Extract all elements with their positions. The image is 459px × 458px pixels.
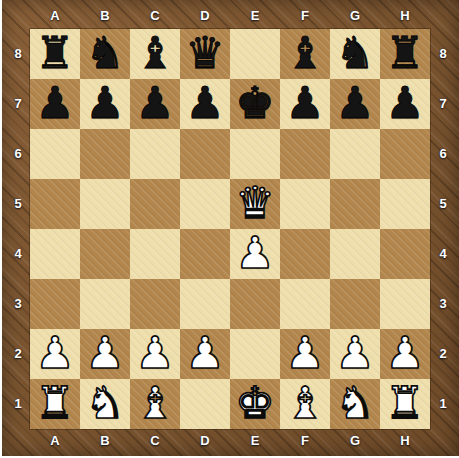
piece-black-knight[interactable]: ♞ [335,31,374,78]
piece-white-pawn[interactable]: ♟ [385,331,424,378]
piece-black-pawn[interactable]: ♟ [185,81,224,128]
square-f8[interactable]: ♝ [280,29,330,79]
square-d4[interactable] [180,229,230,279]
rank-label-2: 2 [7,329,29,379]
square-f6[interactable] [280,129,330,179]
piece-white-rook[interactable]: ♜ [35,381,74,428]
piece-black-knight[interactable]: ♞ [85,31,124,78]
square-c6[interactable] [130,129,180,179]
file-label-a: A [30,430,80,452]
file-label-e: E [230,430,280,452]
square-a1[interactable]: ♜ [30,379,80,429]
square-c1[interactable]: ♝ [130,379,180,429]
square-d2[interactable]: ♟ [180,329,230,379]
file-label-e: E [230,5,280,27]
square-f4[interactable] [280,229,330,279]
square-b2[interactable]: ♟ [80,329,130,379]
file-label-g: G [330,430,380,452]
piece-white-pawn[interactable]: ♟ [335,331,374,378]
rank-label-3: 3 [7,279,29,329]
square-c5[interactable] [130,179,180,229]
square-g6[interactable] [330,129,380,179]
piece-white-bishop[interactable]: ♝ [135,381,174,428]
piece-black-bishop[interactable]: ♝ [135,31,174,78]
square-h4[interactable] [380,229,430,279]
piece-black-pawn[interactable]: ♟ [35,81,74,128]
square-b4[interactable] [80,229,130,279]
rank-label-6: 6 [432,129,454,179]
square-e5[interactable]: ♛ [230,179,280,229]
file-label-c: C [130,430,180,452]
file-label-g: G [330,5,380,27]
square-e6[interactable] [230,129,280,179]
square-e7[interactable]: ♚ [230,79,280,129]
square-c2[interactable]: ♟ [130,329,180,379]
piece-white-king[interactable]: ♚ [235,381,274,428]
rank-label-8: 8 [432,29,454,79]
square-a3[interactable] [30,279,80,329]
piece-black-rook[interactable]: ♜ [385,31,424,78]
square-b6[interactable] [80,129,130,179]
square-e2[interactable] [230,329,280,379]
square-d8[interactable]: ♛ [180,29,230,79]
square-b7[interactable]: ♟ [80,79,130,129]
square-f5[interactable] [280,179,330,229]
piece-white-bishop[interactable]: ♝ [285,381,324,428]
file-label-d: D [180,430,230,452]
piece-white-pawn[interactable]: ♟ [35,331,74,378]
file-label-d: D [180,5,230,27]
file-label-c: C [130,5,180,27]
rank-label-7: 7 [432,79,454,129]
square-e1[interactable]: ♚ [230,379,280,429]
square-g5[interactable] [330,179,380,229]
rank-labels-left: 87654321 [7,29,29,429]
piece-black-rook[interactable]: ♜ [35,31,74,78]
piece-white-knight[interactable]: ♞ [85,381,124,428]
file-label-a: A [30,5,80,27]
chess-board-screenshot: ABCDEFGH ABCDEFGH 87654321 87654321 ♜♞♝♛… [0,0,459,458]
square-d5[interactable] [180,179,230,229]
square-b5[interactable] [80,179,130,229]
piece-white-queen[interactable]: ♛ [235,181,274,228]
piece-white-pawn[interactable]: ♟ [85,331,124,378]
piece-white-knight[interactable]: ♞ [335,381,374,428]
rank-label-4: 4 [7,229,29,279]
square-a7[interactable]: ♟ [30,79,80,129]
rank-label-6: 6 [7,129,29,179]
piece-black-queen[interactable]: ♛ [185,31,224,78]
square-a8[interactable]: ♜ [30,29,80,79]
piece-black-pawn[interactable]: ♟ [335,81,374,128]
file-label-f: F [280,430,330,452]
piece-white-pawn[interactable]: ♟ [185,331,224,378]
chess-board: ♜♞♝♛♝♞♜♟♟♟♟♚♟♟♟♛♟♟♟♟♟♟♟♟♜♞♝♚♝♞♜ [30,29,430,429]
wooden-board-frame: ABCDEFGH ABCDEFGH 87654321 87654321 ♜♞♝♛… [2,0,459,456]
file-label-b: B [80,430,130,452]
square-h7[interactable]: ♟ [380,79,430,129]
square-g1[interactable]: ♞ [330,379,380,429]
square-e8[interactable] [230,29,280,79]
rank-label-5: 5 [432,179,454,229]
square-g2[interactable]: ♟ [330,329,380,379]
piece-black-pawn[interactable]: ♟ [85,81,124,128]
square-a6[interactable] [30,129,80,179]
square-g7[interactable]: ♟ [330,79,380,129]
square-c4[interactable] [130,229,180,279]
rank-label-1: 1 [7,379,29,429]
piece-black-king[interactable]: ♚ [235,81,274,128]
square-a2[interactable]: ♟ [30,329,80,379]
square-h8[interactable]: ♜ [380,29,430,79]
rank-labels-right: 87654321 [432,29,454,429]
piece-black-pawn[interactable]: ♟ [285,81,324,128]
square-e4[interactable]: ♟ [230,229,280,279]
square-a5[interactable] [30,179,80,229]
square-h1[interactable]: ♜ [380,379,430,429]
square-c3[interactable] [130,279,180,329]
rank-label-3: 3 [432,279,454,329]
file-labels-bottom: ABCDEFGH [30,430,430,452]
file-label-h: H [380,430,430,452]
square-d6[interactable] [180,129,230,179]
piece-white-pawn[interactable]: ♟ [135,331,174,378]
rank-label-2: 2 [432,329,454,379]
piece-black-bishop[interactable]: ♝ [285,31,324,78]
piece-white-pawn[interactable]: ♟ [285,331,324,378]
rank-label-7: 7 [7,79,29,129]
square-h5[interactable] [380,179,430,229]
rank-label-1: 1 [432,379,454,429]
rank-label-4: 4 [432,229,454,279]
square-f3[interactable] [280,279,330,329]
square-d1[interactable] [180,379,230,429]
square-a4[interactable] [30,229,80,279]
square-e3[interactable] [230,279,280,329]
square-h6[interactable] [380,129,430,179]
square-b1[interactable]: ♞ [80,379,130,429]
square-d3[interactable] [180,279,230,329]
square-f1[interactable]: ♝ [280,379,330,429]
square-b3[interactable] [80,279,130,329]
piece-black-pawn[interactable]: ♟ [135,81,174,128]
square-c7[interactable]: ♟ [130,79,180,129]
rank-label-5: 5 [7,179,29,229]
piece-white-pawn[interactable]: ♟ [235,231,274,278]
file-label-f: F [280,5,330,27]
square-c8[interactable]: ♝ [130,29,180,79]
file-label-h: H [380,5,430,27]
square-h2[interactable]: ♟ [380,329,430,379]
square-g8[interactable]: ♞ [330,29,380,79]
piece-white-rook[interactable]: ♜ [385,381,424,428]
file-label-b: B [80,5,130,27]
rank-label-8: 8 [7,29,29,79]
square-b8[interactable]: ♞ [80,29,130,79]
piece-black-pawn[interactable]: ♟ [385,81,424,128]
square-g4[interactable] [330,229,380,279]
square-h3[interactable] [380,279,430,329]
square-f7[interactable]: ♟ [280,79,330,129]
square-f2[interactable]: ♟ [280,329,330,379]
file-labels-top: ABCDEFGH [30,5,430,27]
square-d7[interactable]: ♟ [180,79,230,129]
square-g3[interactable] [330,279,380,329]
